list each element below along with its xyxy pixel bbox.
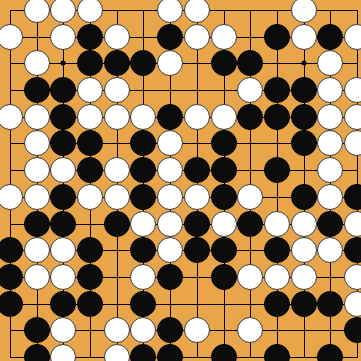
white-stone[interactable] xyxy=(104,157,130,183)
black-stone[interactable] xyxy=(130,157,156,183)
white-stone[interactable] xyxy=(237,184,263,210)
white-stone[interactable] xyxy=(184,24,210,50)
white-stone[interactable] xyxy=(344,291,361,317)
black-stone[interactable] xyxy=(50,130,76,156)
black-stone[interactable] xyxy=(130,50,156,76)
white-stone[interactable] xyxy=(157,211,183,237)
black-stone[interactable] xyxy=(184,237,210,263)
white-stone[interactable] xyxy=(77,0,103,23)
white-stone[interactable] xyxy=(157,50,183,76)
black-stone[interactable] xyxy=(211,264,237,290)
star-point xyxy=(301,61,306,66)
goban-grid[interactable] xyxy=(0,0,361,361)
white-stone[interactable] xyxy=(344,264,361,290)
black-stone[interactable] xyxy=(291,130,317,156)
black-stone[interactable] xyxy=(317,211,343,237)
black-stone[interactable] xyxy=(77,157,103,183)
black-stone[interactable] xyxy=(104,50,130,76)
white-stone[interactable] xyxy=(157,130,183,156)
black-stone[interactable] xyxy=(77,50,103,76)
black-stone[interactable] xyxy=(157,317,183,343)
white-stone[interactable] xyxy=(344,24,361,50)
black-stone[interactable] xyxy=(104,211,130,237)
white-stone[interactable] xyxy=(291,237,317,263)
go-board[interactable] xyxy=(0,0,361,361)
black-stone[interactable] xyxy=(24,344,50,361)
white-stone[interactable] xyxy=(184,0,210,23)
white-stone[interactable] xyxy=(237,317,263,343)
black-stone[interactable] xyxy=(24,211,50,237)
white-stone[interactable] xyxy=(344,104,361,130)
black-stone[interactable] xyxy=(291,104,317,130)
black-stone[interactable] xyxy=(24,317,50,343)
black-stone[interactable] xyxy=(24,77,50,103)
black-stone[interactable] xyxy=(344,184,361,210)
white-stone[interactable] xyxy=(344,211,361,237)
star-point xyxy=(61,61,66,66)
white-stone[interactable] xyxy=(77,104,103,130)
black-stone[interactable] xyxy=(130,291,156,317)
black-stone[interactable] xyxy=(50,77,76,103)
white-stone[interactable] xyxy=(50,317,76,343)
black-stone[interactable] xyxy=(211,184,237,210)
white-stone[interactable] xyxy=(50,264,76,290)
black-stone[interactable] xyxy=(211,130,237,156)
white-stone[interactable] xyxy=(291,0,317,23)
white-stone[interactable] xyxy=(184,184,210,210)
white-stone[interactable] xyxy=(130,264,156,290)
black-stone[interactable] xyxy=(264,237,290,263)
black-stone[interactable] xyxy=(317,24,343,50)
black-stone[interactable] xyxy=(0,237,23,263)
black-stone[interactable] xyxy=(50,104,76,130)
black-stone[interactable] xyxy=(344,237,361,263)
white-stone[interactable] xyxy=(104,184,130,210)
white-stone[interactable] xyxy=(130,211,156,237)
white-stone[interactable] xyxy=(237,77,263,103)
white-stone[interactable] xyxy=(0,24,23,50)
white-stone[interactable] xyxy=(24,264,50,290)
white-stone[interactable] xyxy=(317,104,343,130)
white-stone[interactable] xyxy=(24,157,50,183)
white-stone[interactable] xyxy=(77,184,103,210)
white-stone[interactable] xyxy=(317,184,343,210)
white-stone[interactable] xyxy=(317,50,343,76)
black-stone[interactable] xyxy=(77,130,103,156)
white-stone[interactable] xyxy=(157,157,183,183)
white-stone[interactable] xyxy=(291,24,317,50)
white-stone[interactable] xyxy=(130,104,156,130)
white-stone[interactable] xyxy=(0,184,23,210)
white-stone[interactable] xyxy=(50,344,76,361)
white-stone[interactable] xyxy=(24,130,50,156)
black-stone[interactable] xyxy=(237,104,263,130)
black-stone[interactable] xyxy=(157,264,183,290)
black-stone[interactable] xyxy=(157,24,183,50)
white-stone[interactable] xyxy=(237,264,263,290)
black-stone[interactable] xyxy=(291,77,317,103)
black-stone[interactable] xyxy=(130,130,156,156)
white-stone[interactable] xyxy=(104,317,130,343)
white-stone[interactable] xyxy=(264,211,290,237)
white-stone[interactable] xyxy=(184,317,210,343)
black-stone[interactable] xyxy=(130,184,156,210)
black-stone[interactable] xyxy=(237,211,263,237)
black-stone[interactable] xyxy=(291,184,317,210)
white-stone[interactable] xyxy=(211,211,237,237)
black-stone[interactable] xyxy=(184,211,210,237)
white-stone[interactable] xyxy=(317,130,343,156)
black-stone[interactable] xyxy=(130,237,156,263)
white-stone[interactable] xyxy=(104,344,130,361)
white-stone[interactable] xyxy=(344,77,361,103)
white-stone[interactable] xyxy=(77,77,103,103)
white-stone[interactable] xyxy=(211,24,237,50)
black-stone[interactable] xyxy=(130,344,156,361)
white-stone[interactable] xyxy=(317,237,343,263)
white-stone[interactable] xyxy=(24,184,50,210)
black-stone[interactable] xyxy=(50,184,76,210)
white-stone[interactable] xyxy=(157,0,183,23)
black-stone[interactable] xyxy=(344,317,361,343)
white-stone[interactable] xyxy=(24,104,50,130)
white-stone[interactable] xyxy=(50,24,76,50)
white-stone[interactable] xyxy=(24,237,50,263)
black-stone[interactable] xyxy=(264,24,290,50)
white-stone[interactable] xyxy=(291,211,317,237)
white-stone[interactable] xyxy=(157,237,183,263)
black-stone[interactable] xyxy=(77,291,103,317)
white-stone[interactable] xyxy=(317,77,343,103)
white-stone[interactable] xyxy=(104,24,130,50)
black-stone[interactable] xyxy=(0,264,23,290)
black-stone[interactable] xyxy=(264,77,290,103)
black-stone[interactable] xyxy=(50,291,76,317)
black-stone[interactable] xyxy=(317,344,343,361)
white-stone[interactable] xyxy=(130,317,156,343)
white-stone[interactable] xyxy=(24,50,50,76)
white-stone[interactable] xyxy=(184,104,210,130)
black-stone[interactable] xyxy=(184,157,210,183)
black-stone[interactable] xyxy=(264,157,290,183)
black-stone[interactable] xyxy=(77,264,103,290)
white-stone[interactable] xyxy=(50,237,76,263)
black-stone[interactable] xyxy=(77,24,103,50)
white-stone[interactable] xyxy=(104,104,130,130)
white-stone[interactable] xyxy=(104,77,130,103)
black-stone[interactable] xyxy=(211,237,237,263)
black-stone[interactable] xyxy=(50,211,76,237)
black-stone[interactable] xyxy=(0,291,23,317)
white-stone[interactable] xyxy=(50,157,76,183)
white-stone[interactable] xyxy=(291,264,317,290)
black-stone[interactable] xyxy=(237,50,263,76)
black-stone[interactable] xyxy=(264,104,290,130)
white-stone[interactable] xyxy=(344,130,361,156)
black-stone[interactable] xyxy=(211,50,237,76)
black-stone[interactable] xyxy=(77,237,103,263)
black-stone[interactable] xyxy=(211,344,237,361)
black-stone[interactable] xyxy=(317,291,343,317)
black-stone[interactable] xyxy=(157,104,183,130)
black-stone[interactable] xyxy=(291,291,317,317)
black-stone[interactable] xyxy=(211,157,237,183)
white-stone[interactable] xyxy=(0,104,23,130)
white-stone[interactable] xyxy=(211,104,237,130)
black-stone[interactable] xyxy=(264,291,290,317)
black-stone[interactable] xyxy=(264,344,290,361)
white-stone[interactable] xyxy=(24,0,50,23)
black-stone[interactable] xyxy=(157,344,183,361)
white-stone[interactable] xyxy=(157,184,183,210)
white-stone[interactable] xyxy=(317,157,343,183)
white-stone[interactable] xyxy=(50,0,76,23)
white-stone[interactable] xyxy=(264,264,290,290)
